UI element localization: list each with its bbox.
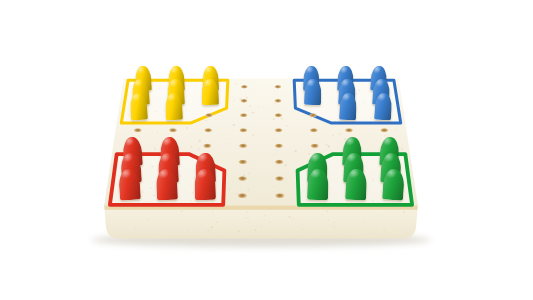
peg-green[interactable] [382,168,404,200]
speckle [325,144,327,146]
speckle [287,94,288,95]
speckle [276,154,277,155]
speckle [245,217,247,219]
hole-h4[interactable] [380,128,388,133]
speckle [186,127,188,129]
hole-f5[interactable] [311,144,319,149]
hole-d1[interactable] [241,85,248,89]
speckle [277,150,278,151]
speckle [246,97,248,99]
speckle [341,227,342,228]
speckle [238,230,240,232]
speckle [269,208,270,209]
peg-green[interactable] [307,169,328,201]
speckle [326,210,328,212]
peg-blue[interactable] [304,79,321,105]
speckle [239,98,241,100]
speckle [236,111,237,112]
hole-c4[interactable] [204,128,212,133]
hole-d2[interactable] [240,99,247,103]
speckle [261,211,262,212]
speckle [333,221,334,222]
hole-g4[interactable] [345,128,353,133]
speckle [295,150,297,152]
speckle [235,83,237,85]
speckle [401,148,403,150]
peg-red[interactable] [118,168,140,200]
speckle [337,147,338,148]
hole-e6[interactable] [275,160,284,165]
speckle [261,226,262,227]
hole-e5[interactable] [275,144,283,149]
speckle [191,146,193,148]
speckle [334,226,336,228]
speckle [264,215,266,217]
peg-board [0,0,533,300]
hole-d7[interactable] [238,176,247,181]
hole-e1[interactable] [274,85,281,89]
hole-b4[interactable] [169,128,177,133]
speckle [289,216,291,218]
speckle [292,111,294,113]
speckle [248,173,250,175]
hole-e2[interactable] [274,99,281,103]
speckle [187,229,188,230]
hole-c5[interactable] [203,144,211,149]
hole-d6[interactable] [238,160,247,165]
speckle [328,145,330,147]
speckle [292,218,294,220]
hole-f3[interactable] [309,113,317,117]
peg-red[interactable] [156,169,178,201]
hole-d3[interactable] [240,113,248,117]
hole-d4[interactable] [239,128,247,133]
speckle [226,143,227,144]
peg-yellow[interactable] [201,79,218,105]
speckle [274,103,276,105]
speckle [216,221,218,223]
speckle [398,135,399,136]
speckle [318,217,319,218]
hole-d5[interactable] [239,144,247,149]
speckle [269,221,271,223]
speckle [248,189,249,190]
speckle [332,134,334,136]
speckle [246,211,248,213]
speckle [338,133,339,134]
speckle [221,228,222,229]
hole-a4[interactable] [134,128,142,133]
speckle [286,125,288,127]
hole-c3[interactable] [205,113,213,117]
speckle [285,164,287,166]
speckle [207,230,209,232]
speckle [212,211,213,212]
speckle [328,219,329,220]
hole-e7[interactable] [275,176,284,181]
board-front-face [104,205,418,238]
speckle [134,227,136,229]
speckle [383,229,384,230]
speckle [403,212,404,213]
speckle [309,154,310,155]
speckle [384,135,385,136]
speckle [205,120,206,121]
speckle [340,133,342,135]
speckle [234,100,235,101]
speckle [233,124,235,126]
hole-e3[interactable] [275,113,283,117]
speckle [252,89,253,90]
speckle [243,174,245,176]
speckle [157,132,158,133]
speckle [394,129,395,130]
speckle [258,107,259,108]
speckle [181,210,183,212]
speckle [211,226,213,228]
hole-d8[interactable] [238,193,247,199]
speckle [252,134,254,136]
speckle [302,229,303,230]
speckle [380,207,382,209]
speckle [199,140,201,142]
speckle [228,188,230,190]
speckle [253,112,255,114]
speckle [282,192,283,193]
speckle [246,172,247,173]
hole-e8[interactable] [275,193,284,199]
speckle [236,193,237,194]
speckle [215,119,216,120]
speckle [198,148,199,149]
peg-red[interactable] [194,169,215,201]
speckle [154,148,156,150]
speckle [147,219,148,220]
speckle [260,153,261,154]
speckle [273,186,274,187]
hole-f4[interactable] [310,128,318,133]
speckle [273,118,275,120]
speckle [248,221,250,223]
board-photo [0,0,533,300]
speckle [251,112,253,114]
speckle [364,220,365,221]
speckle [254,229,256,231]
hole-e4[interactable] [275,128,283,133]
speckle [249,105,251,107]
speckle [281,118,283,120]
speckle [373,233,374,234]
